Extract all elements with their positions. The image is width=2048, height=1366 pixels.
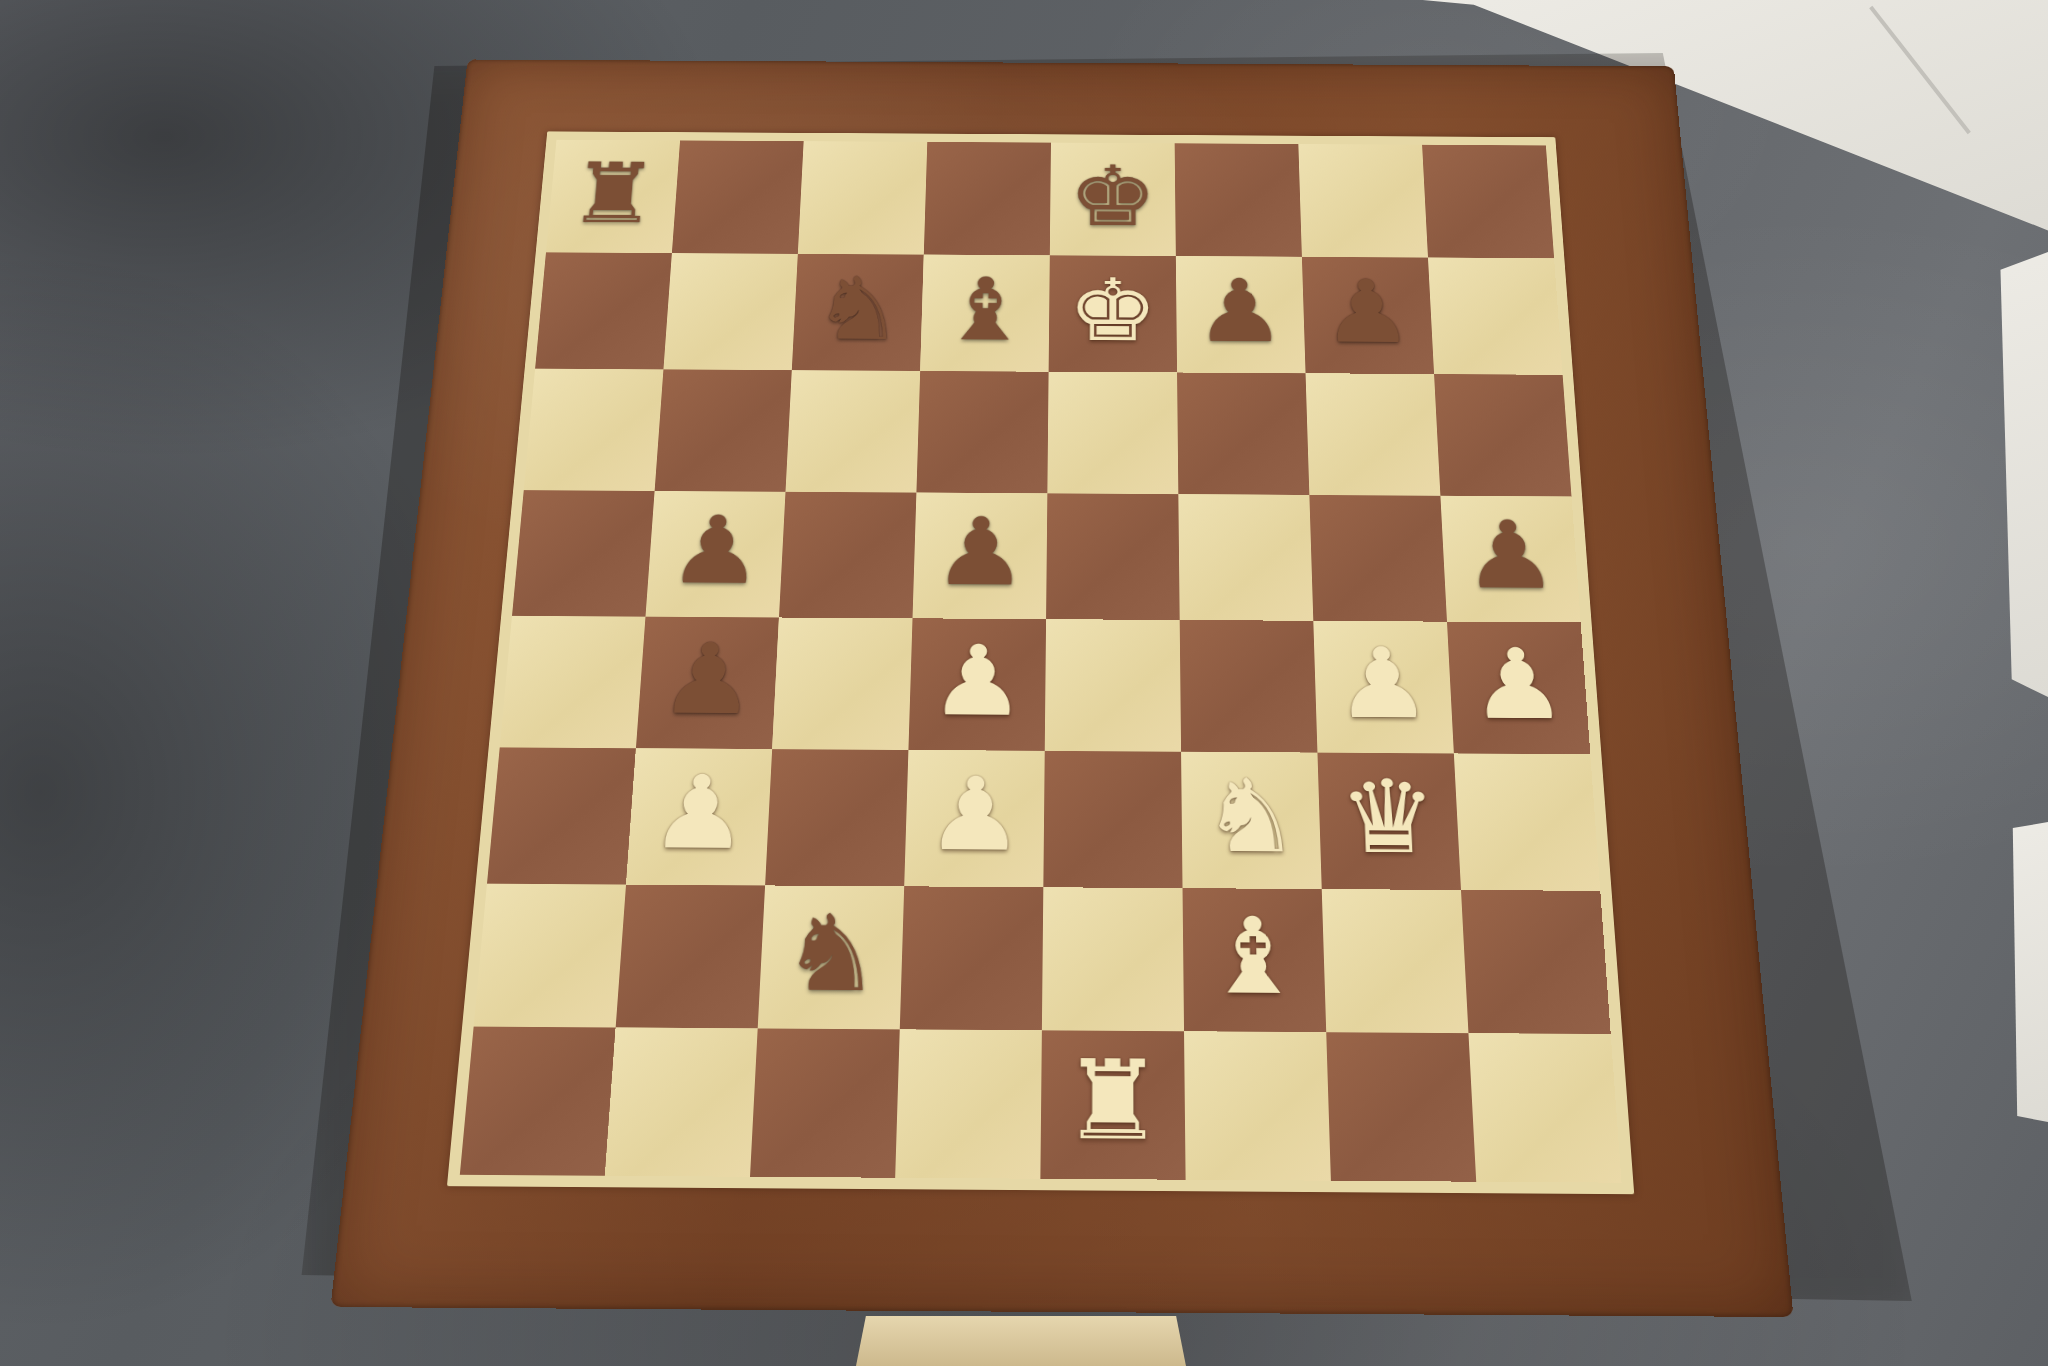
square-e6[interactable] [1047,372,1178,494]
square-h5[interactable]: ♟ [1440,495,1580,622]
board-wooden-frame: ♜♚♞♝♚♟♟♟♟♟♟♟♟♟♟♟♞♛♞♝♜ [331,59,1794,1317]
square-a8[interactable]: ♜ [546,140,680,253]
square-e4[interactable] [1045,619,1181,751]
square-e2[interactable] [1042,887,1184,1031]
square-d4[interactable]: ♟ [908,618,1046,750]
square-b2[interactable] [616,885,765,1028]
square-g5[interactable] [1309,495,1447,622]
square-h7[interactable] [1428,257,1563,375]
square-c3[interactable] [765,749,908,887]
square-c7[interactable]: ♞ [792,254,924,371]
square-c1[interactable] [750,1028,900,1178]
square-f1[interactable] [1184,1031,1331,1181]
square-e3[interactable] [1043,750,1182,888]
floor-tile-right [1982,252,2048,697]
square-g3[interactable]: ♛ [1317,752,1461,890]
white-rook-e1[interactable]: ♜ [1061,1045,1164,1156]
square-e7[interactable]: ♚ [1049,255,1177,372]
white-pawn-h4[interactable]: ♟ [1467,635,1570,733]
photo-scene: ♜♚♞♝♚♟♟♟♟♟♟♟♟♟♟♟♞♛♞♝♜ [0,0,2048,1366]
square-d7[interactable]: ♝ [920,254,1050,371]
white-queen-g3[interactable]: ♛ [1337,766,1440,868]
black-knight-c7[interactable]: ♞ [811,266,905,353]
square-a1[interactable] [460,1026,616,1176]
square-a5[interactable] [512,490,655,617]
floor-tile-bottom-right [2004,822,2048,1122]
square-b5[interactable]: ♟ [645,491,785,618]
square-d8[interactable] [924,142,1051,255]
square-c6[interactable] [786,370,921,492]
square-h3[interactable] [1454,753,1600,891]
square-c5[interactable] [779,491,916,618]
square-g6[interactable] [1306,373,1441,495]
square-b7[interactable] [663,253,797,370]
black-knight-c2[interactable]: ♞ [779,900,884,1006]
square-b8[interactable] [672,140,804,253]
white-pawn-d3[interactable]: ♟ [925,764,1025,866]
white-pawn-b3[interactable]: ♟ [647,762,752,864]
square-d6[interactable] [916,371,1048,493]
square-b6[interactable] [655,369,792,491]
black-king-e8[interactable]: ♚ [1068,154,1158,238]
square-e5[interactable] [1046,493,1180,620]
square-h4[interactable]: ♟ [1447,622,1590,754]
square-f4[interactable] [1180,620,1318,752]
black-pawn-f7[interactable]: ♟ [1194,268,1287,355]
bench-edge [856,1316,1186,1366]
square-d2[interactable] [900,886,1044,1030]
square-f8[interactable] [1175,143,1302,256]
black-pawn-g7[interactable]: ♟ [1320,269,1415,356]
square-h1[interactable] [1468,1033,1621,1183]
white-bishop-f2[interactable]: ♝ [1203,903,1306,1009]
board-cream-border: ♜♚♞♝♚♟♟♟♟♟♟♟♟♟♟♟♞♛♞♝♜ [447,131,1634,1194]
square-e1[interactable]: ♜ [1040,1030,1185,1180]
square-a2[interactable] [474,884,626,1027]
square-b1[interactable] [605,1027,758,1177]
white-king-e7[interactable]: ♚ [1067,267,1159,354]
square-a7[interactable] [535,252,672,369]
square-d5[interactable]: ♟ [913,492,1048,619]
square-a4[interactable] [500,616,646,748]
square-c2[interactable]: ♞ [758,885,904,1028]
black-pawn-h5[interactable]: ♟ [1460,509,1560,603]
square-g8[interactable] [1298,144,1428,257]
black-pawn-b5[interactable]: ♟ [666,504,766,598]
square-g2[interactable] [1322,889,1469,1033]
black-pawn-d5[interactable]: ♟ [932,505,1028,599]
square-d1[interactable] [895,1029,1042,1179]
square-g1[interactable] [1326,1032,1476,1182]
white-knight-f3[interactable]: ♞ [1201,766,1302,868]
square-f3[interactable]: ♞ [1181,751,1322,889]
black-pawn-b4[interactable]: ♟ [657,630,759,728]
square-b4[interactable]: ♟ [636,617,779,749]
square-c4[interactable] [772,617,912,749]
square-e8[interactable]: ♚ [1050,143,1176,256]
square-c8[interactable] [798,141,927,254]
chess-board: ♜♚♞♝♚♟♟♟♟♟♟♟♟♟♟♟♞♛♞♝♜ [331,59,1794,1317]
board-grid: ♜♚♞♝♚♟♟♟♟♟♟♟♟♟♟♟♞♛♞♝♜ [460,140,1622,1183]
square-h6[interactable] [1434,374,1571,496]
square-h8[interactable] [1422,145,1554,258]
square-f5[interactable] [1178,494,1313,621]
square-b3[interactable]: ♟ [626,748,772,886]
square-f7[interactable]: ♟ [1176,256,1306,374]
white-pawn-d4[interactable]: ♟ [928,632,1026,730]
square-d3[interactable]: ♟ [904,750,1045,888]
square-g4[interactable]: ♟ [1313,621,1454,753]
square-a6[interactable] [524,369,664,491]
square-a3[interactable] [487,747,636,885]
square-g7[interactable]: ♟ [1302,256,1434,374]
square-f6[interactable] [1177,372,1309,494]
square-h2[interactable] [1461,890,1611,1034]
square-f2[interactable]: ♝ [1183,888,1327,1032]
black-bishop-d7[interactable]: ♝ [939,266,1032,353]
black-rook-a8[interactable]: ♜ [566,151,662,235]
white-pawn-g4[interactable]: ♟ [1333,634,1434,732]
